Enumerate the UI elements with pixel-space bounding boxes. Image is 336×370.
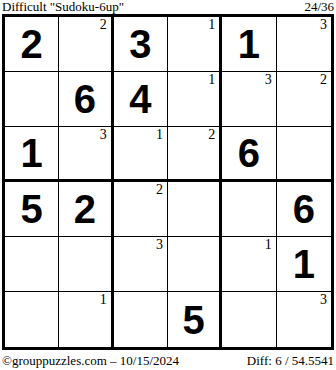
given-digit: 1 [277,237,331,291]
cell-r1c2[interactable]: 2 [59,17,113,72]
corner-mark: 3 [320,17,327,33]
puzzle-counter: 24/36 [304,0,334,13]
corner-mark: 3 [100,127,107,143]
cell-r2c6[interactable]: 2 [277,72,331,127]
cell-r1c6[interactable]: 3 [277,17,331,72]
corner-mark: 1 [156,127,163,143]
given-digit: 4 [114,72,167,126]
difficulty-text: Diff: 6 / 54.5541 [247,354,334,368]
corner-mark: 2 [156,182,163,198]
cell-r5c6[interactable]: 1 [277,237,331,292]
cell-r2c1[interactable] [5,72,59,127]
corner-mark: 2 [320,72,327,88]
cell-r4c3[interactable]: 2 [114,182,168,237]
cell-r3c1[interactable]: 1 [5,127,59,182]
cell-r6c2[interactable]: 1 [59,292,113,347]
cell-r5c1[interactable] [5,237,59,292]
cell-r1c3[interactable]: 3 [114,17,168,72]
cell-r6c5[interactable] [222,292,276,347]
corner-mark: 1 [265,237,272,253]
cell-r2c5[interactable]: 3 [222,72,276,127]
corner-mark: 2 [100,17,107,33]
cell-r4c5[interactable] [222,182,276,237]
cell-r1c1[interactable]: 2 [5,17,59,72]
cell-r4c1[interactable]: 5 [5,182,59,237]
cell-r3c4[interactable]: 2 [168,127,222,182]
cell-r2c2[interactable]: 6 [59,72,113,127]
copyright-text: ©grouppuzzles.com – 10/15/2024 [2,354,179,368]
corner-mark: 1 [208,72,215,88]
cell-r3c5[interactable]: 6 [222,127,276,182]
cell-r5c3[interactable]: 3 [114,237,168,292]
corner-mark: 3 [265,72,272,88]
footer: ©grouppuzzles.com – 10/15/2024 Diff: 6 /… [2,354,334,368]
corner-mark: 1 [100,292,107,308]
cell-r3c3[interactable]: 1 [114,127,168,182]
given-digit: 1 [5,127,58,179]
given-digit: 5 [5,182,58,236]
cell-r3c6[interactable] [277,127,331,182]
cell-r6c4[interactable]: 5 [168,292,222,347]
corner-mark: 3 [320,292,327,308]
header: Difficult "Sudoku-6up" 24/36 [2,0,334,13]
cell-r3c2[interactable]: 3 [59,127,113,182]
given-digit: 3 [114,17,167,71]
given-digit: 6 [222,127,275,179]
corner-mark: 1 [208,17,215,33]
cell-r6c1[interactable] [5,292,59,347]
given-digit: 5 [168,292,219,347]
cell-r2c3[interactable]: 4 [114,72,168,127]
cell-r5c2[interactable] [59,237,113,292]
given-digit: 1 [222,17,275,71]
given-digit: 6 [59,72,110,126]
cell-r4c4[interactable] [168,182,222,237]
cell-r1c5[interactable]: 1 [222,17,276,72]
cell-r6c3[interactable] [114,292,168,347]
cell-r5c4[interactable] [168,237,222,292]
puzzle-title: Difficult "Sudoku-6up" [2,0,124,13]
cell-r6c6[interactable]: 3 [277,292,331,347]
corner-mark: 3 [156,237,163,253]
cell-r4c2[interactable]: 2 [59,182,113,237]
puzzle-page: Difficult "Sudoku-6up" 24/36 22311364132… [0,0,336,370]
given-digit: 2 [59,182,110,236]
cell-r2c4[interactable]: 1 [168,72,222,127]
cell-r1c4[interactable]: 1 [168,17,222,72]
corner-mark: 2 [208,127,215,143]
cell-r4c6[interactable]: 6 [277,182,331,237]
sudoku-grid: 22311364132131265226311153 [2,14,334,350]
given-digit: 2 [5,17,58,71]
given-digit: 6 [277,182,331,236]
cell-r5c5[interactable]: 1 [222,237,276,292]
